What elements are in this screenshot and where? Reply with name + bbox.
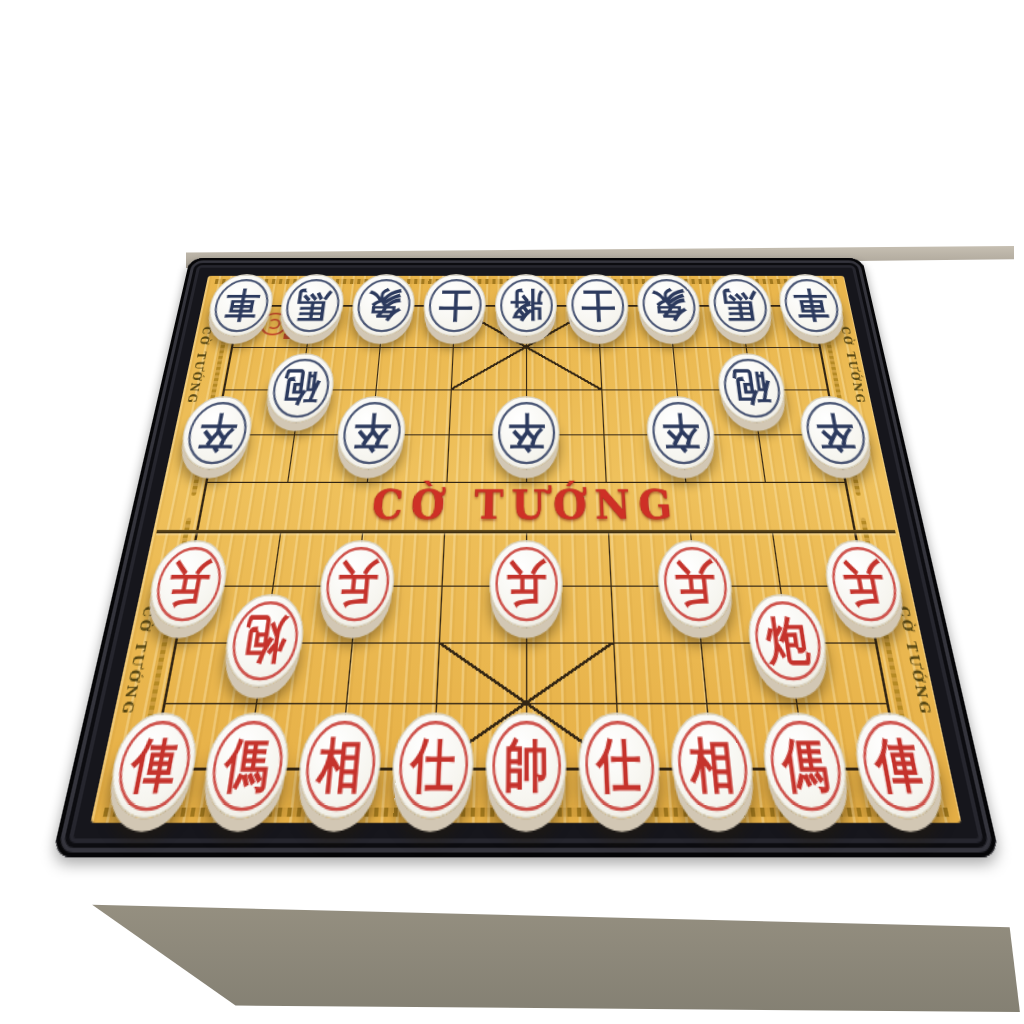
piece-glyph: 卒 [507, 412, 544, 452]
piece-red-advisor-f4r10[interactable]: 仕 [389, 713, 475, 819]
piece-black-soldier-f1r4[interactable]: 卒 [176, 396, 257, 469]
piece-glyph: 帥 [503, 735, 548, 793]
piece-black-soldier-f9r4[interactable]: 卒 [795, 396, 876, 469]
piece-glyph: 車 [221, 288, 262, 322]
piece-red-chariot-f1r10[interactable]: 俥 [102, 713, 203, 819]
piece-black-cannon-f2r3[interactable]: 砲 [262, 353, 337, 422]
pieces-layer: 車馬象士將士象馬車砲砲卒卒卒卒卒兵兵兵兵兵炮炮俥傌相仕帥仕相傌俥 [154, 307, 899, 768]
piece-glyph: 兵 [335, 559, 380, 607]
piece-glyph: 士 [437, 288, 473, 322]
board-face: CỜ TƯỚNG CỜ TƯỚNG CỜ TƯỚNG CỜ TƯỚNG CỜ T… [90, 276, 961, 823]
piece-glyph: 馬 [720, 288, 759, 322]
piece-black-general-f5r1[interactable]: 將 [494, 274, 557, 336]
piece-glyph: 砲 [731, 368, 772, 406]
piece-glyph: 兵 [839, 559, 888, 607]
piece-glyph: 傌 [779, 735, 832, 793]
piece-red-horse-f8r10[interactable]: 傌 [758, 713, 854, 819]
piece-glyph: 兵 [164, 559, 213, 607]
piece-black-cannon-f8r3[interactable]: 砲 [715, 353, 790, 422]
piece-red-cannon-f2r8[interactable]: 炮 [219, 594, 308, 687]
piece-glyph: 卒 [195, 412, 240, 452]
piece-black-soldier-f3r4[interactable]: 卒 [334, 396, 408, 469]
piece-glyph: 象 [365, 288, 402, 322]
piece-glyph: 士 [580, 288, 616, 322]
piece-glyph: 象 [650, 288, 687, 322]
piece-red-horse-f2r10[interactable]: 傌 [198, 713, 294, 819]
table-edge [0, 860, 1024, 1020]
piece-red-soldier-f3r7[interactable]: 兵 [315, 540, 397, 627]
product-photo-scene: CỜ TƯỚNG CỜ TƯỚNG CỜ TƯỚNG CỜ TƯỚNG CỜ T… [0, 0, 1024, 1024]
xiangqi-board: CỜ TƯỚNG CỜ TƯỚNG CỜ TƯỚNG CỜ TƯỚNG CỜ T… [52, 258, 1000, 857]
piece-glyph: 相 [687, 735, 737, 793]
piece-glyph: 炮 [763, 614, 812, 665]
piece-glyph: 傌 [220, 735, 273, 793]
piece-glyph: 卒 [813, 412, 858, 452]
piece-glyph: 馬 [293, 288, 332, 322]
piece-glyph: 卒 [351, 412, 392, 452]
piece-glyph: 將 [509, 288, 543, 322]
piece-glyph: 兵 [673, 559, 718, 607]
piece-glyph: 仕 [409, 735, 456, 793]
piece-black-soldier-f5r4[interactable]: 卒 [492, 396, 561, 469]
piece-red-chariot-f9r10[interactable]: 俥 [849, 713, 950, 819]
piece-red-advisor-f6r10[interactable]: 仕 [577, 713, 663, 819]
piece-red-elephant-f7r10[interactable]: 相 [668, 713, 759, 819]
side-title-left-top: CỜ TƯỚNG [184, 327, 214, 405]
piece-glyph: 砲 [280, 368, 321, 406]
piece-red-soldier-f5r7[interactable]: 兵 [488, 540, 563, 627]
piece-red-elephant-f3r10[interactable]: 相 [293, 713, 384, 819]
piece-glyph: 炮 [240, 614, 289, 665]
piece-glyph: 車 [791, 288, 832, 322]
piece-glyph: 卒 [660, 412, 701, 452]
piece-glyph: 仕 [596, 735, 643, 793]
piece-red-soldier-f7r7[interactable]: 兵 [655, 540, 737, 627]
piece-black-soldier-f7r4[interactable]: 卒 [644, 396, 718, 469]
piece-glyph: 俥 [126, 735, 181, 793]
piece-glyph: 相 [315, 735, 365, 793]
board-frame: CỜ TƯỚNG CỜ TƯỚNG CỜ TƯỚNG CỜ TƯỚNG CỜ T… [52, 258, 1000, 857]
piece-red-soldier-f1r7[interactable]: 兵 [143, 540, 233, 627]
piece-red-general-f5r10[interactable]: 帥 [484, 713, 567, 819]
piece-glyph: 俥 [870, 735, 925, 793]
side-title-right-top: CỜ TƯỚNG [838, 327, 868, 405]
piece-glyph: 兵 [506, 559, 547, 607]
piece-red-cannon-f8r8[interactable]: 炮 [744, 594, 833, 687]
